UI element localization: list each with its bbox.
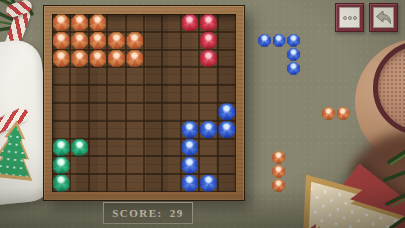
undo-button[interactable] <box>369 3 398 32</box>
board-cell-r8c5[interactable] <box>144 156 162 174</box>
board-cell-r6c3[interactable] <box>107 121 125 139</box>
blue-gem <box>218 103 235 120</box>
board-cell-r7c4[interactable] <box>126 139 144 157</box>
board-cell-r4c4[interactable] <box>126 85 144 103</box>
board-cell-r4c8[interactable] <box>199 85 217 103</box>
board-cell-r1c9[interactable] <box>218 32 236 50</box>
board-cell-r3c6[interactable] <box>162 67 180 85</box>
board-cell-r8c7[interactable] <box>181 156 199 174</box>
board-cell-r9c7[interactable] <box>181 174 199 192</box>
board-cell-r0c2[interactable] <box>89 14 107 32</box>
blue-gem <box>258 34 271 47</box>
orange-gem <box>89 50 106 67</box>
board-cell-r1c5[interactable] <box>144 32 162 50</box>
board-cell-r5c2[interactable] <box>89 103 107 121</box>
board-cell-r6c5[interactable] <box>144 121 162 139</box>
board-cell-r3c0[interactable] <box>52 67 70 85</box>
board-cell-r4c6[interactable] <box>162 85 180 103</box>
board-cell-r1c2[interactable] <box>89 32 107 50</box>
orange-gem <box>53 50 70 67</box>
board-cell-r8c9[interactable] <box>218 156 236 174</box>
orange-gem <box>71 32 88 49</box>
board-cell-r1c6[interactable] <box>162 32 180 50</box>
board-cell-r7c3[interactable] <box>107 139 125 157</box>
tray-piece-orange-pair[interactable] <box>322 107 350 121</box>
tray-piece-blue-hook[interactable] <box>258 34 302 77</box>
game-scene: SCORE: 29 <box>0 0 405 228</box>
board-cell-r2c9[interactable] <box>218 50 236 68</box>
red-gem <box>200 32 217 49</box>
blue-gem <box>287 34 300 47</box>
blue-gem <box>181 175 198 192</box>
orange-gem <box>272 165 285 178</box>
board-cell-r3c7[interactable] <box>181 67 199 85</box>
board-cell-r0c7[interactable] <box>181 14 199 32</box>
board-cell-r6c6[interactable] <box>162 121 180 139</box>
board-cell-r7c1[interactable] <box>70 139 88 157</box>
board-cell-r3c3[interactable] <box>107 67 125 85</box>
board-cell-r4c5[interactable] <box>144 85 162 103</box>
blue-gem <box>200 175 217 192</box>
board-cell-r5c1[interactable] <box>70 103 88 121</box>
green-gem <box>53 139 70 156</box>
tray-piece-orange-column[interactable] <box>272 151 286 194</box>
board-cell-r3c2[interactable] <box>89 67 107 85</box>
board-cell-r1c0[interactable] <box>52 32 70 50</box>
board-cell-r7c0[interactable] <box>52 139 70 157</box>
orange-gem <box>337 107 350 120</box>
board-cell-r0c4[interactable] <box>126 14 144 32</box>
blue-gem <box>273 34 286 47</box>
board-cell-r9c6[interactable] <box>162 174 180 192</box>
dot <box>348 16 352 20</box>
board-cell-r2c6[interactable] <box>162 50 180 68</box>
board-cell-r7c2[interactable] <box>89 139 107 157</box>
board-cell-r6c1[interactable] <box>70 121 88 139</box>
green-gem <box>53 175 70 192</box>
blue-gem <box>218 121 235 138</box>
orange-gem <box>89 32 106 49</box>
board-cell-r8c3[interactable] <box>107 156 125 174</box>
board-cell-r8c6[interactable] <box>162 156 180 174</box>
board-cell-r9c9[interactable] <box>218 174 236 192</box>
board-cell-r6c9[interactable] <box>218 121 236 139</box>
board-cell-r9c5[interactable] <box>144 174 162 192</box>
board-cell-r4c2[interactable] <box>89 85 107 103</box>
dot <box>353 16 357 20</box>
undo-arrow-icon <box>373 7 394 28</box>
board-cell-r7c9[interactable] <box>218 139 236 157</box>
board-cell-r4c9[interactable] <box>218 85 236 103</box>
orange-gem <box>322 107 335 120</box>
pine-branch-icon <box>377 140 405 228</box>
board-cell-r5c5[interactable] <box>144 103 162 121</box>
orange-gem <box>272 179 285 192</box>
board-cell-r2c0[interactable] <box>52 50 70 68</box>
red-gem <box>200 14 217 31</box>
board-cell-r5c7[interactable] <box>181 103 199 121</box>
dot <box>343 16 347 20</box>
board-cell-r9c4[interactable] <box>126 174 144 192</box>
blue-gem <box>200 121 217 138</box>
orange-gem <box>108 50 125 67</box>
board-cell-r9c2[interactable] <box>89 174 107 192</box>
board-cell-r6c7[interactable] <box>181 121 199 139</box>
board-cell-r2c1[interactable] <box>70 50 88 68</box>
board-cell-r2c7[interactable] <box>181 50 199 68</box>
board-cell-r9c8[interactable] <box>199 174 217 192</box>
board-cell-r9c3[interactable] <box>107 174 125 192</box>
board-cell-r4c1[interactable] <box>70 85 88 103</box>
board-cell-r2c2[interactable] <box>89 50 107 68</box>
score-value: 29 <box>170 207 184 219</box>
score-box: SCORE: 29 <box>103 202 193 224</box>
board-cell-r1c4[interactable] <box>126 32 144 50</box>
board-cell-r8c1[interactable] <box>70 156 88 174</box>
board-cell-r3c5[interactable] <box>144 67 162 85</box>
board-cell-r5c6[interactable] <box>162 103 180 121</box>
blue-gem <box>287 62 300 75</box>
orange-gem <box>89 14 106 31</box>
orange-gem <box>53 14 70 31</box>
board-cell-r9c1[interactable] <box>70 174 88 192</box>
board-cell-r3c4[interactable] <box>126 67 144 85</box>
blue-gem <box>181 157 198 174</box>
orange-gem <box>272 151 285 164</box>
board-cell-r0c8[interactable] <box>199 14 217 32</box>
board-cell-r9c0[interactable] <box>52 174 70 192</box>
board-cell-r0c9[interactable] <box>218 14 236 32</box>
board-cell-r7c8[interactable] <box>199 139 217 157</box>
board-cell-r7c7[interactable] <box>181 139 199 157</box>
board-cell-r5c4[interactable] <box>126 103 144 121</box>
board-cell-r5c3[interactable] <box>107 103 125 121</box>
board-cell-r0c5[interactable] <box>144 14 162 32</box>
green-gem <box>53 157 70 174</box>
red-gem <box>181 14 198 31</box>
board-cell-r5c0[interactable] <box>52 103 70 121</box>
board-cell-r7c6[interactable] <box>162 139 180 157</box>
board-cell-r1c7[interactable] <box>181 32 199 50</box>
red-gem <box>200 50 217 67</box>
three-dots-icon <box>339 7 360 28</box>
board-cell-r6c8[interactable] <box>199 121 217 139</box>
board-cell-r2c8[interactable] <box>199 50 217 68</box>
board-cell-r5c8[interactable] <box>199 103 217 121</box>
orange-gem <box>126 50 143 67</box>
blue-gem <box>181 121 198 138</box>
board-cell-r8c8[interactable] <box>199 156 217 174</box>
board-cell-r0c6[interactable] <box>162 14 180 32</box>
board-cell-r0c0[interactable] <box>52 14 70 32</box>
board-cell-r2c5[interactable] <box>144 50 162 68</box>
board-cell-r2c3[interactable] <box>107 50 125 68</box>
orange-gem <box>53 32 70 49</box>
board-cell-r8c0[interactable] <box>52 156 70 174</box>
board-cell-r8c2[interactable] <box>89 156 107 174</box>
board-cell-r3c9[interactable] <box>218 67 236 85</box>
score-label: SCORE: <box>112 207 163 219</box>
board-cell-r5c9[interactable] <box>218 103 236 121</box>
board-cell-r3c1[interactable] <box>70 67 88 85</box>
menu-button[interactable] <box>335 3 364 32</box>
board-cell-r1c3[interactable] <box>107 32 125 50</box>
board-cell-r0c1[interactable] <box>70 14 88 32</box>
board-cell-r1c1[interactable] <box>70 32 88 50</box>
board-cell-r3c8[interactable] <box>199 67 217 85</box>
green-gem <box>71 139 88 156</box>
board-cell-r2c4[interactable] <box>126 50 144 68</box>
board-cell-r6c2[interactable] <box>89 121 107 139</box>
board-cell-r4c7[interactable] <box>181 85 199 103</box>
board-cell-r6c4[interactable] <box>126 121 144 139</box>
board-cell-r1c8[interactable] <box>199 32 217 50</box>
board-cell-r8c4[interactable] <box>126 156 144 174</box>
board-cell-r6c0[interactable] <box>52 121 70 139</box>
orange-gem <box>108 32 125 49</box>
orange-gem <box>71 14 88 31</box>
board-cell-r7c5[interactable] <box>144 139 162 157</box>
board-grid[interactable] <box>52 14 236 192</box>
blue-gem <box>287 48 300 61</box>
blue-gem <box>181 139 198 156</box>
orange-gem <box>71 50 88 67</box>
board-cell-r4c3[interactable] <box>107 85 125 103</box>
board-frame <box>43 5 245 201</box>
orange-gem <box>126 32 143 49</box>
board-cell-r0c3[interactable] <box>107 14 125 32</box>
board-cell-r4c0[interactable] <box>52 85 70 103</box>
